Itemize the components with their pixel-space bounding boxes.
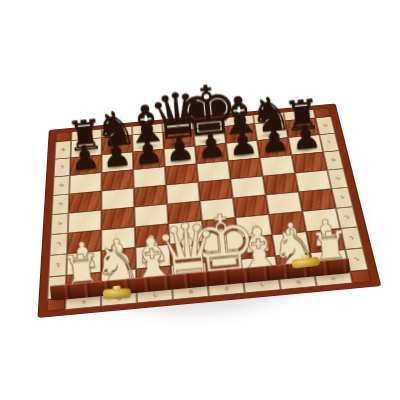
piece-black-pawn[interactable]: ♟ [68, 140, 100, 175]
square-h6[interactable] [292, 152, 328, 173]
coord-label: 4 [56, 221, 64, 226]
coord-label: g [293, 279, 302, 284]
piece-black-pawn[interactable]: ♟ [131, 134, 163, 169]
square-c6[interactable] [133, 167, 166, 188]
piece-black-pawn[interactable]: ♟ [195, 128, 227, 163]
square-g6[interactable] [260, 155, 295, 176]
square-c7[interactable]: ♟ [133, 149, 165, 170]
coord-cell-6-right: 6 [323, 151, 344, 171]
piece-black-pawn[interactable]: ♟ [289, 119, 321, 154]
coord-label: 7 [325, 140, 333, 144]
square-c5[interactable] [134, 185, 167, 207]
square-a4[interactable] [68, 210, 102, 233]
photo-canvas: abcdefgh8♜♞♝♛♚♝♞♜87♟♟♟♟♟♟♟♟7665544332♟♟♟… [0, 0, 400, 400]
square-h4[interactable] [299, 189, 336, 212]
coord-label: 6 [57, 183, 65, 187]
square-f7[interactable]: ♟ [226, 140, 260, 160]
coord-label: 4 [338, 195, 346, 200]
coord-label: 5 [57, 202, 65, 207]
coord-cell-6-left: 6 [53, 176, 70, 196]
chessboard-scene: abcdefgh8♜♞♝♛♚♝♞♜87♟♟♟♟♟♟♟♟7665544332♟♟♟… [30, 31, 369, 370]
piece-black-pawn[interactable]: ♟ [258, 122, 290, 157]
coord-cell-5-left: 5 [52, 194, 70, 215]
coord-label: 8 [321, 123, 329, 127]
coord-cell-4-left: 4 [51, 213, 69, 235]
coord-label: e [222, 286, 231, 291]
square-e7[interactable]: ♟ [195, 143, 228, 163]
coord-label: a [79, 299, 88, 304]
coord-cell-7-right: 7 [319, 133, 339, 152]
coord-cell-7-left: 7 [54, 158, 71, 177]
square-e6[interactable] [197, 161, 231, 182]
piece-black-pawn[interactable]: ♟ [100, 137, 132, 172]
square-d6[interactable] [165, 164, 198, 185]
coord-label: c [150, 293, 158, 298]
coord-label: d [186, 289, 195, 294]
frame-corner [350, 270, 371, 283]
square-f6[interactable] [228, 158, 263, 179]
coord-label: f [258, 283, 266, 287]
square-a6[interactable] [69, 173, 101, 194]
coord-label: 5 [334, 176, 342, 180]
brass-latch-left-icon [103, 288, 131, 298]
coord-label: 7 [58, 165, 66, 169]
piece-black-pawn[interactable]: ♟ [226, 125, 258, 160]
coord-cell-4-right: 4 [331, 187, 353, 208]
piece-black-pawn[interactable]: ♟ [163, 131, 195, 166]
coord-label: 6 [329, 158, 337, 162]
coord-label: h [329, 276, 338, 281]
square-h7[interactable]: ♟ [288, 135, 323, 155]
coord-label: 8 [59, 148, 66, 152]
coord-label: 1 [352, 257, 361, 262]
coord-cell-5-right: 5 [327, 169, 348, 189]
